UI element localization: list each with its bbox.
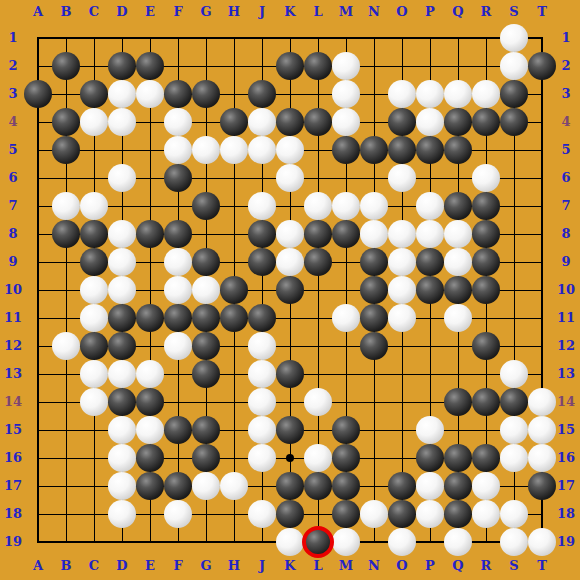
stone-black-Q16 bbox=[444, 444, 472, 472]
stone-black-N5 bbox=[360, 136, 388, 164]
stone-black-N10 bbox=[360, 276, 388, 304]
stone-black-E8 bbox=[136, 220, 164, 248]
row-label-left-7: 7 bbox=[0, 198, 26, 214]
stone-black-B8 bbox=[52, 220, 80, 248]
stone-black-E17 bbox=[136, 472, 164, 500]
stone-white-R17 bbox=[472, 472, 500, 500]
stone-white-K5 bbox=[276, 136, 304, 164]
row-label-right-5: 5 bbox=[553, 142, 579, 158]
row-label-left-10: 10 bbox=[0, 282, 26, 298]
stone-white-K6 bbox=[276, 164, 304, 192]
stone-black-A3 bbox=[24, 80, 52, 108]
col-label-top-J: J bbox=[249, 4, 275, 20]
stone-white-Q8 bbox=[444, 220, 472, 248]
col-label-top-F: F bbox=[165, 4, 191, 20]
stone-white-S13 bbox=[500, 360, 528, 388]
stone-white-G10 bbox=[192, 276, 220, 304]
stone-white-E15 bbox=[136, 416, 164, 444]
stone-black-R12 bbox=[472, 332, 500, 360]
stone-white-O19 bbox=[388, 528, 416, 556]
col-label-top-S: S bbox=[501, 4, 527, 20]
stone-white-J5 bbox=[248, 136, 276, 164]
col-label-top-Q: Q bbox=[445, 4, 471, 20]
col-label-top-D: D bbox=[109, 4, 135, 20]
col-label-bottom-T: T bbox=[529, 558, 555, 574]
stone-white-M3 bbox=[332, 80, 360, 108]
row-label-right-10: 10 bbox=[553, 282, 579, 298]
stone-white-J16 bbox=[248, 444, 276, 472]
stone-white-O9 bbox=[388, 248, 416, 276]
stone-white-Q3 bbox=[444, 80, 472, 108]
col-label-bottom-J: J bbox=[249, 558, 275, 574]
stone-black-D14 bbox=[108, 388, 136, 416]
stone-black-K10 bbox=[276, 276, 304, 304]
stone-white-T16 bbox=[528, 444, 556, 472]
col-label-bottom-B: B bbox=[53, 558, 79, 574]
stone-black-F15 bbox=[164, 416, 192, 444]
stone-white-M2 bbox=[332, 52, 360, 80]
col-label-bottom-K: K bbox=[277, 558, 303, 574]
stone-black-F3 bbox=[164, 80, 192, 108]
stone-white-G17 bbox=[192, 472, 220, 500]
stone-black-B2 bbox=[52, 52, 80, 80]
stone-white-P3 bbox=[416, 80, 444, 108]
stone-white-J7 bbox=[248, 192, 276, 220]
row-label-right-6: 6 bbox=[553, 170, 579, 186]
col-label-top-M: M bbox=[333, 4, 359, 20]
stone-black-G16 bbox=[192, 444, 220, 472]
stone-black-R8 bbox=[472, 220, 500, 248]
stone-black-S3 bbox=[500, 80, 528, 108]
row-label-right-13: 13 bbox=[553, 366, 579, 382]
stone-black-M5 bbox=[332, 136, 360, 164]
stone-white-C4 bbox=[80, 108, 108, 136]
stone-black-N11 bbox=[360, 304, 388, 332]
stone-white-D18 bbox=[108, 500, 136, 528]
stone-white-C13 bbox=[80, 360, 108, 388]
stone-white-F10 bbox=[164, 276, 192, 304]
row-label-right-18: 18 bbox=[553, 506, 579, 522]
stone-black-T17 bbox=[528, 472, 556, 500]
stone-black-P10 bbox=[416, 276, 444, 304]
stone-black-O4 bbox=[388, 108, 416, 136]
stone-black-L8 bbox=[304, 220, 332, 248]
stone-white-S1 bbox=[500, 24, 528, 52]
stone-white-J4 bbox=[248, 108, 276, 136]
stone-black-Q18 bbox=[444, 500, 472, 528]
stone-white-D8 bbox=[108, 220, 136, 248]
stone-black-M15 bbox=[332, 416, 360, 444]
stone-black-R14 bbox=[472, 388, 500, 416]
stone-white-N18 bbox=[360, 500, 388, 528]
stone-white-M19 bbox=[332, 528, 360, 556]
stone-black-C8 bbox=[80, 220, 108, 248]
row-label-left-19: 19 bbox=[0, 534, 26, 550]
stone-black-J3 bbox=[248, 80, 276, 108]
row-label-left-15: 15 bbox=[0, 422, 26, 438]
stone-white-H17 bbox=[220, 472, 248, 500]
stone-white-M4 bbox=[332, 108, 360, 136]
stone-black-R9 bbox=[472, 248, 500, 276]
stone-black-H11 bbox=[220, 304, 248, 332]
stone-white-T15 bbox=[528, 416, 556, 444]
last-move-marker bbox=[302, 526, 334, 558]
stone-black-K4 bbox=[276, 108, 304, 136]
row-label-right-16: 16 bbox=[553, 450, 579, 466]
row-label-left-8: 8 bbox=[0, 226, 26, 242]
col-label-bottom-M: M bbox=[333, 558, 359, 574]
stone-white-J12 bbox=[248, 332, 276, 360]
col-label-top-C: C bbox=[81, 4, 107, 20]
stone-black-D12 bbox=[108, 332, 136, 360]
stone-black-R7 bbox=[472, 192, 500, 220]
stone-white-O8 bbox=[388, 220, 416, 248]
col-label-bottom-P: P bbox=[417, 558, 443, 574]
row-label-left-12: 12 bbox=[0, 338, 26, 354]
stone-white-S15 bbox=[500, 416, 528, 444]
stone-black-G9 bbox=[192, 248, 220, 276]
stone-white-O11 bbox=[388, 304, 416, 332]
row-label-right-12: 12 bbox=[553, 338, 579, 354]
stone-white-N7 bbox=[360, 192, 388, 220]
stone-black-J8 bbox=[248, 220, 276, 248]
stone-white-L7 bbox=[304, 192, 332, 220]
stone-white-B12 bbox=[52, 332, 80, 360]
stone-black-H4 bbox=[220, 108, 248, 136]
stone-white-F12 bbox=[164, 332, 192, 360]
stone-black-R4 bbox=[472, 108, 500, 136]
stone-black-L17 bbox=[304, 472, 332, 500]
stone-black-K15 bbox=[276, 416, 304, 444]
stone-white-C7 bbox=[80, 192, 108, 220]
stone-black-M17 bbox=[332, 472, 360, 500]
stone-black-K17 bbox=[276, 472, 304, 500]
stone-black-C12 bbox=[80, 332, 108, 360]
row-label-left-18: 18 bbox=[0, 506, 26, 522]
stone-white-J14 bbox=[248, 388, 276, 416]
stone-black-G3 bbox=[192, 80, 220, 108]
stone-black-R16 bbox=[472, 444, 500, 472]
stone-white-H5 bbox=[220, 136, 248, 164]
stone-black-M8 bbox=[332, 220, 360, 248]
row-label-left-2: 2 bbox=[0, 58, 26, 74]
stone-white-D13 bbox=[108, 360, 136, 388]
stone-white-M7 bbox=[332, 192, 360, 220]
stone-white-C14 bbox=[80, 388, 108, 416]
row-label-right-1: 1 bbox=[553, 30, 579, 46]
col-label-bottom-L: L bbox=[305, 558, 331, 574]
stone-white-E13 bbox=[136, 360, 164, 388]
stone-black-Q10 bbox=[444, 276, 472, 304]
col-label-bottom-S: S bbox=[501, 558, 527, 574]
row-label-right-2: 2 bbox=[553, 58, 579, 74]
stone-white-S16 bbox=[500, 444, 528, 472]
stone-white-R3 bbox=[472, 80, 500, 108]
col-label-top-B: B bbox=[53, 4, 79, 20]
stone-black-J9 bbox=[248, 248, 276, 276]
stone-black-M16 bbox=[332, 444, 360, 472]
stone-black-P9 bbox=[416, 248, 444, 276]
stone-white-Q11 bbox=[444, 304, 472, 332]
stone-white-P7 bbox=[416, 192, 444, 220]
row-label-right-19: 19 bbox=[553, 534, 579, 550]
stone-black-Q5 bbox=[444, 136, 472, 164]
stone-black-P16 bbox=[416, 444, 444, 472]
stone-black-B4 bbox=[52, 108, 80, 136]
stone-white-D6 bbox=[108, 164, 136, 192]
stone-white-T14 bbox=[528, 388, 556, 416]
stone-black-D11 bbox=[108, 304, 136, 332]
row-label-right-11: 11 bbox=[553, 310, 579, 326]
row-label-right-14: 14 bbox=[553, 394, 579, 410]
stone-white-Q19 bbox=[444, 528, 472, 556]
row-label-left-14: 14 bbox=[0, 394, 26, 410]
col-label-bottom-R: R bbox=[473, 558, 499, 574]
stone-white-S18 bbox=[500, 500, 528, 528]
col-label-top-L: L bbox=[305, 4, 331, 20]
col-label-bottom-F: F bbox=[165, 558, 191, 574]
stone-black-T2 bbox=[528, 52, 556, 80]
stone-white-M11 bbox=[332, 304, 360, 332]
stone-white-K19 bbox=[276, 528, 304, 556]
stone-white-D17 bbox=[108, 472, 136, 500]
stone-white-Q9 bbox=[444, 248, 472, 276]
stone-white-P8 bbox=[416, 220, 444, 248]
col-label-top-A: A bbox=[25, 4, 51, 20]
stone-black-O17 bbox=[388, 472, 416, 500]
stone-white-R6 bbox=[472, 164, 500, 192]
stone-black-C9 bbox=[80, 248, 108, 276]
col-label-bottom-C: C bbox=[81, 558, 107, 574]
stone-white-S2 bbox=[500, 52, 528, 80]
col-label-top-K: K bbox=[277, 4, 303, 20]
stone-white-L16 bbox=[304, 444, 332, 472]
col-label-top-T: T bbox=[529, 4, 555, 20]
stone-black-S4 bbox=[500, 108, 528, 136]
stone-black-F6 bbox=[164, 164, 192, 192]
stone-black-G15 bbox=[192, 416, 220, 444]
stone-black-N9 bbox=[360, 248, 388, 276]
row-label-left-16: 16 bbox=[0, 450, 26, 466]
stone-black-E2 bbox=[136, 52, 164, 80]
col-label-top-N: N bbox=[361, 4, 387, 20]
stone-white-D15 bbox=[108, 416, 136, 444]
stone-white-D3 bbox=[108, 80, 136, 108]
stone-white-C10 bbox=[80, 276, 108, 304]
stone-black-B5 bbox=[52, 136, 80, 164]
col-label-bottom-Q: Q bbox=[445, 558, 471, 574]
col-label-bottom-E: E bbox=[137, 558, 163, 574]
stone-black-K18 bbox=[276, 500, 304, 528]
stone-black-G13 bbox=[192, 360, 220, 388]
stone-white-D16 bbox=[108, 444, 136, 472]
stone-black-O5 bbox=[388, 136, 416, 164]
col-label-top-E: E bbox=[137, 4, 163, 20]
stone-black-L9 bbox=[304, 248, 332, 276]
stone-black-K13 bbox=[276, 360, 304, 388]
row-label-left-6: 6 bbox=[0, 170, 26, 186]
stone-black-L2 bbox=[304, 52, 332, 80]
stone-black-G12 bbox=[192, 332, 220, 360]
stone-black-O18 bbox=[388, 500, 416, 528]
stone-black-Q17 bbox=[444, 472, 472, 500]
col-label-bottom-N: N bbox=[361, 558, 387, 574]
row-label-left-9: 9 bbox=[0, 254, 26, 270]
stone-white-K8 bbox=[276, 220, 304, 248]
stone-black-G7 bbox=[192, 192, 220, 220]
goban[interactable]: ABCDEFGHJKLMNOPQRST ABCDEFGHJKLMNOPQRST … bbox=[0, 0, 580, 580]
stone-black-Q14 bbox=[444, 388, 472, 416]
stone-white-C11 bbox=[80, 304, 108, 332]
col-label-top-P: P bbox=[417, 4, 443, 20]
stone-black-S14 bbox=[500, 388, 528, 416]
row-label-right-3: 3 bbox=[553, 86, 579, 102]
stone-black-H10 bbox=[220, 276, 248, 304]
col-label-bottom-A: A bbox=[25, 558, 51, 574]
stone-white-K9 bbox=[276, 248, 304, 276]
stone-white-E3 bbox=[136, 80, 164, 108]
stone-black-M18 bbox=[332, 500, 360, 528]
row-label-left-11: 11 bbox=[0, 310, 26, 326]
stone-white-F9 bbox=[164, 248, 192, 276]
row-label-right-15: 15 bbox=[553, 422, 579, 438]
row-label-right-9: 9 bbox=[553, 254, 579, 270]
stone-black-G11 bbox=[192, 304, 220, 332]
stone-white-O3 bbox=[388, 80, 416, 108]
stone-white-F5 bbox=[164, 136, 192, 164]
stone-white-R18 bbox=[472, 500, 500, 528]
col-label-top-R: R bbox=[473, 4, 499, 20]
stone-black-K2 bbox=[276, 52, 304, 80]
stone-white-D9 bbox=[108, 248, 136, 276]
stone-white-D4 bbox=[108, 108, 136, 136]
stone-white-O6 bbox=[388, 164, 416, 192]
stone-black-E16 bbox=[136, 444, 164, 472]
row-label-right-7: 7 bbox=[553, 198, 579, 214]
star-point-K16 bbox=[286, 454, 294, 462]
stone-white-J18 bbox=[248, 500, 276, 528]
stone-black-Q4 bbox=[444, 108, 472, 136]
stone-white-P15 bbox=[416, 416, 444, 444]
stone-black-P5 bbox=[416, 136, 444, 164]
row-label-left-5: 5 bbox=[0, 142, 26, 158]
stone-white-L14 bbox=[304, 388, 332, 416]
stone-white-O10 bbox=[388, 276, 416, 304]
stone-white-J13 bbox=[248, 360, 276, 388]
row-label-left-4: 4 bbox=[0, 114, 26, 130]
col-label-top-H: H bbox=[221, 4, 247, 20]
stone-white-N8 bbox=[360, 220, 388, 248]
stone-white-T19 bbox=[528, 528, 556, 556]
row-label-left-3: 3 bbox=[0, 86, 26, 102]
stone-white-B7 bbox=[52, 192, 80, 220]
stone-white-F4 bbox=[164, 108, 192, 136]
row-label-right-17: 17 bbox=[553, 478, 579, 494]
col-label-bottom-O: O bbox=[389, 558, 415, 574]
stone-black-F11 bbox=[164, 304, 192, 332]
stone-white-G5 bbox=[192, 136, 220, 164]
stone-black-N12 bbox=[360, 332, 388, 360]
stone-white-P18 bbox=[416, 500, 444, 528]
col-label-bottom-D: D bbox=[109, 558, 135, 574]
stone-black-D2 bbox=[108, 52, 136, 80]
stone-black-F17 bbox=[164, 472, 192, 500]
row-label-left-17: 17 bbox=[0, 478, 26, 494]
row-label-right-8: 8 bbox=[553, 226, 579, 242]
col-label-bottom-G: G bbox=[193, 558, 219, 574]
stone-white-P17 bbox=[416, 472, 444, 500]
stone-black-F8 bbox=[164, 220, 192, 248]
col-label-bottom-H: H bbox=[221, 558, 247, 574]
stone-black-L4 bbox=[304, 108, 332, 136]
row-label-left-13: 13 bbox=[0, 366, 26, 382]
stone-black-E11 bbox=[136, 304, 164, 332]
stone-white-J15 bbox=[248, 416, 276, 444]
stone-white-F18 bbox=[164, 500, 192, 528]
stone-black-E14 bbox=[136, 388, 164, 416]
col-label-top-G: G bbox=[193, 4, 219, 20]
row-label-left-1: 1 bbox=[0, 30, 26, 46]
stone-black-Q7 bbox=[444, 192, 472, 220]
stone-white-P4 bbox=[416, 108, 444, 136]
stone-black-C3 bbox=[80, 80, 108, 108]
stone-white-S19 bbox=[500, 528, 528, 556]
stone-white-D10 bbox=[108, 276, 136, 304]
row-label-right-4: 4 bbox=[553, 114, 579, 130]
stone-black-R10 bbox=[472, 276, 500, 304]
col-label-top-O: O bbox=[389, 4, 415, 20]
stone-black-J11 bbox=[248, 304, 276, 332]
